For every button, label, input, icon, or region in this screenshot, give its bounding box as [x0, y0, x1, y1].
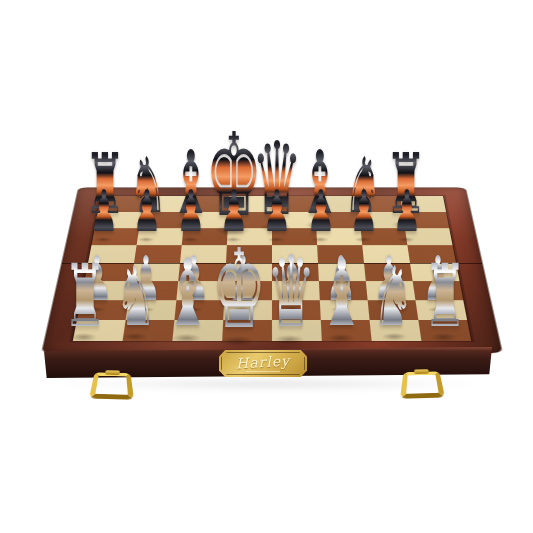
clasp-left: [89, 372, 134, 399]
pawn-glyph: ♟: [176, 183, 205, 241]
knight-glyph: ♞: [373, 256, 414, 338]
piece-white-bishop[interactable]: ♝: [319, 247, 366, 340]
piece-white-knight[interactable]: ♞: [373, 256, 414, 338]
brand-plaque: Harley: [219, 350, 307, 377]
pawn-glyph: ♟: [133, 183, 162, 241]
piece-white-rook[interactable]: ♜: [63, 253, 106, 339]
pawn-glyph: ♟: [393, 183, 422, 241]
king-glyph: ♚: [212, 235, 267, 345]
brand-name-text: Harley: [236, 354, 291, 371]
rook-glyph: ♜: [63, 253, 106, 339]
piece-white-knight[interactable]: ♞: [116, 256, 157, 338]
plaque-subtitle-mark: [246, 371, 280, 372]
product-photo: Harley ♜♞♝♚♛♝♞♜♟♟♟♟♟♟♟♟♟♟♟♟♟♟♟♟♜♞♝♚♛♝♞♜: [0, 0, 533, 533]
piece-black-pawn[interactable]: ♟: [349, 183, 378, 241]
piece-black-pawn[interactable]: ♟: [176, 183, 205, 241]
pawn-glyph: ♟: [349, 183, 378, 241]
bishop-glyph: ♝: [164, 247, 211, 340]
pawn-glyph: ♟: [306, 183, 335, 241]
pawn-glyph: ♟: [90, 183, 119, 241]
piece-white-king[interactable]: ♚: [212, 235, 267, 345]
pawn-glyph: ♟: [263, 183, 292, 241]
piece-white-bishop[interactable]: ♝: [164, 247, 211, 340]
piece-black-pawn[interactable]: ♟: [263, 183, 292, 241]
piece-white-queen[interactable]: ♛: [266, 243, 316, 342]
piece-black-pawn[interactable]: ♟: [393, 183, 422, 241]
piece-black-pawn[interactable]: ♟: [306, 183, 335, 241]
bishop-glyph: ♝: [319, 247, 366, 340]
knight-glyph: ♞: [116, 256, 157, 338]
queen-glyph: ♛: [266, 243, 316, 342]
piece-black-pawn[interactable]: ♟: [90, 183, 119, 241]
piece-black-pawn[interactable]: ♟: [133, 183, 162, 241]
clasp-right: [400, 371, 445, 398]
piece-white-rook[interactable]: ♜: [423, 253, 466, 339]
rook-glyph: ♜: [423, 253, 466, 339]
